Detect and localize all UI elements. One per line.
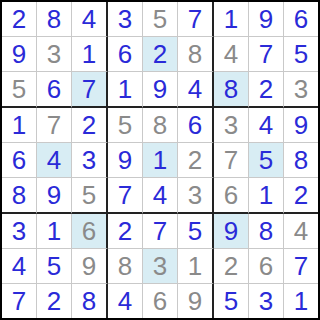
cell-r3c7[interactable]: 8 (214, 72, 249, 108)
cell-r7c2[interactable]: 1 (37, 214, 72, 249)
cell-r9c2[interactable]: 2 (37, 284, 72, 318)
cell-r6c7[interactable]: 6 (214, 178, 249, 214)
cell-r9c3[interactable]: 8 (72, 284, 108, 318)
cell-r6c4[interactable]: 7 (108, 178, 143, 214)
cell-r8c6[interactable]: 1 (178, 249, 214, 284)
cell-r4c8[interactable]: 4 (249, 108, 284, 143)
cell-r7c7[interactable]: 9 (214, 214, 249, 249)
cell-r3c2[interactable]: 6 (37, 72, 72, 108)
cell-r8c7[interactable]: 2 (214, 249, 249, 284)
cell-r4c2[interactable]: 7 (37, 108, 72, 143)
cell-r5c2[interactable]: 4 (37, 143, 72, 178)
cell-r9c4[interactable]: 4 (108, 284, 143, 318)
cell-r7c4[interactable]: 2 (108, 214, 143, 249)
cell-r4c7[interactable]: 3 (214, 108, 249, 143)
cell-r6c9[interactable]: 2 (284, 178, 318, 214)
cell-r8c4[interactable]: 8 (108, 249, 143, 284)
cell-r7c3[interactable]: 6 (72, 214, 108, 249)
cell-r2c1[interactable]: 9 (2, 37, 37, 72)
cell-r8c5[interactable]: 3 (143, 249, 178, 284)
cell-r2c4[interactable]: 6 (108, 37, 143, 72)
cell-r5c3[interactable]: 3 (72, 143, 108, 178)
cell-r4c4[interactable]: 5 (108, 108, 143, 143)
cell-r2c5[interactable]: 2 (143, 37, 178, 72)
cell-r6c5[interactable]: 4 (143, 178, 178, 214)
cell-r6c6[interactable]: 3 (178, 178, 214, 214)
cell-r5c7[interactable]: 7 (214, 143, 249, 178)
cell-r8c1[interactable]: 4 (2, 249, 37, 284)
cell-r1c1[interactable]: 2 (2, 2, 37, 37)
cell-r7c6[interactable]: 5 (178, 214, 214, 249)
cell-r6c1[interactable]: 8 (2, 178, 37, 214)
cell-r2c8[interactable]: 7 (249, 37, 284, 72)
cell-r4c5[interactable]: 8 (143, 108, 178, 143)
cell-r9c5[interactable]: 6 (143, 284, 178, 318)
cell-r5c6[interactable]: 2 (178, 143, 214, 178)
cell-r4c3[interactable]: 2 (72, 108, 108, 143)
cell-r2c2[interactable]: 3 (37, 37, 72, 72)
cell-r7c1[interactable]: 3 (2, 214, 37, 249)
cell-r9c1[interactable]: 7 (2, 284, 37, 318)
cell-r3c4[interactable]: 1 (108, 72, 143, 108)
cell-r3c8[interactable]: 2 (249, 72, 284, 108)
cell-r2c9[interactable]: 5 (284, 37, 318, 72)
cell-r9c6[interactable]: 9 (178, 284, 214, 318)
cell-r1c3[interactable]: 4 (72, 2, 108, 37)
cell-r1c6[interactable]: 7 (178, 2, 214, 37)
cell-r6c3[interactable]: 5 (72, 178, 108, 214)
cell-r5c1[interactable]: 6 (2, 143, 37, 178)
cell-r5c8[interactable]: 5 (249, 143, 284, 178)
cell-r4c1[interactable]: 1 (2, 108, 37, 143)
cell-r1c9[interactable]: 6 (284, 2, 318, 37)
cell-r6c8[interactable]: 1 (249, 178, 284, 214)
cell-r3c3[interactable]: 7 (72, 72, 108, 108)
cell-r4c6[interactable]: 6 (178, 108, 214, 143)
cell-r3c6[interactable]: 4 (178, 72, 214, 108)
cell-r8c2[interactable]: 5 (37, 249, 72, 284)
cell-r1c2[interactable]: 8 (37, 2, 72, 37)
cell-r1c7[interactable]: 1 (214, 2, 249, 37)
cell-r1c4[interactable]: 3 (108, 2, 143, 37)
cell-r8c3[interactable]: 9 (72, 249, 108, 284)
cell-r6c2[interactable]: 9 (37, 178, 72, 214)
cell-r4c9[interactable]: 9 (284, 108, 318, 143)
cell-r8c9[interactable]: 7 (284, 249, 318, 284)
cell-r7c8[interactable]: 8 (249, 214, 284, 249)
cell-r1c5[interactable]: 5 (143, 2, 178, 37)
cell-r2c6[interactable]: 8 (178, 37, 214, 72)
cell-r7c5[interactable]: 7 (143, 214, 178, 249)
cell-r2c7[interactable]: 4 (214, 37, 249, 72)
cell-r3c9[interactable]: 3 (284, 72, 318, 108)
cell-r9c9[interactable]: 1 (284, 284, 318, 318)
cell-r3c1[interactable]: 5 (2, 72, 37, 108)
cell-r3c5[interactable]: 9 (143, 72, 178, 108)
cell-r9c8[interactable]: 3 (249, 284, 284, 318)
sudoku-board: 2843571969316284755671948231725863496439… (0, 0, 320, 320)
cell-r7c9[interactable]: 4 (284, 214, 318, 249)
cell-r8c8[interactable]: 6 (249, 249, 284, 284)
cell-r2c3[interactable]: 1 (72, 37, 108, 72)
cell-r5c4[interactable]: 9 (108, 143, 143, 178)
cell-r1c8[interactable]: 9 (249, 2, 284, 37)
cell-r5c5[interactable]: 1 (143, 143, 178, 178)
cell-r9c7[interactable]: 5 (214, 284, 249, 318)
cell-r5c9[interactable]: 8 (284, 143, 318, 178)
